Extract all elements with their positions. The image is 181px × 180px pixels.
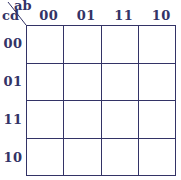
- col-header: 11: [105, 8, 143, 24]
- kmap-cell[interactable]: [139, 101, 176, 139]
- kmap-cell[interactable]: [27, 139, 64, 177]
- row-header: 11: [0, 101, 26, 139]
- kmap-cell[interactable]: [64, 139, 101, 177]
- col-header: 01: [68, 8, 106, 24]
- kmap-cell[interactable]: [64, 64, 101, 102]
- kmap-cell[interactable]: [102, 139, 139, 177]
- kmap-cell[interactable]: [64, 101, 101, 139]
- kmap-cell[interactable]: [139, 26, 176, 64]
- kmap-grid: [26, 25, 176, 176]
- kmap-cell[interactable]: [139, 64, 176, 102]
- col-header: 00: [30, 8, 68, 24]
- karnaugh-map: ab cd 00 01 11 10 00 01 11 10: [0, 0, 180, 180]
- kmap-cell[interactable]: [102, 26, 139, 64]
- col-header: 10: [143, 8, 181, 24]
- side-variables-label: cd: [2, 8, 19, 23]
- kmap-cell[interactable]: [102, 101, 139, 139]
- kmap-cell[interactable]: [64, 26, 101, 64]
- kmap-cell[interactable]: [27, 64, 64, 102]
- kmap-cell[interactable]: [27, 26, 64, 64]
- row-header: 01: [0, 63, 26, 101]
- kmap-cell[interactable]: [102, 64, 139, 102]
- column-headers: 00 01 11 10: [30, 8, 180, 24]
- kmap-cell[interactable]: [27, 101, 64, 139]
- row-headers: 00 01 11 10: [0, 25, 26, 176]
- row-header: 00: [0, 25, 26, 63]
- kmap-cell[interactable]: [139, 139, 176, 177]
- row-header: 10: [0, 138, 26, 176]
